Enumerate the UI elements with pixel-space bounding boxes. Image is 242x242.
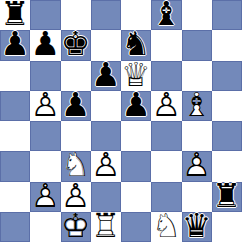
square-g2[interactable] (182, 182, 212, 212)
black-pawn-icon[interactable]: ♟ (0, 30, 30, 60)
piece-glyph-fill: ♟ (152, 88, 182, 121)
square-a4[interactable] (0, 121, 30, 151)
black-rook-icon[interactable]: ♜ (0, 0, 30, 30)
white-pawn-icon[interactable]: ♟♙ (151, 91, 181, 121)
black-queen-icon[interactable]: ♛ (182, 212, 212, 242)
black-pawn-icon[interactable]: ♟ (121, 91, 151, 121)
piece-glyph-fill: ♟ (61, 179, 91, 212)
square-e1[interactable] (121, 212, 151, 242)
black-pawn-icon[interactable]: ♟ (91, 61, 121, 91)
square-c2[interactable]: ♟♙ (61, 182, 91, 212)
piece-glyph-outline: ♙ (31, 88, 61, 121)
square-f3[interactable] (151, 151, 181, 181)
piece-glyph-outline: ♕ (121, 58, 151, 91)
square-g8[interactable] (182, 0, 212, 30)
square-c7[interactable]: ♚ (61, 30, 91, 60)
piece-glyph-fill: ♛ (121, 58, 151, 91)
square-f1[interactable]: ♞♘ (151, 212, 181, 242)
square-e3[interactable] (121, 151, 151, 181)
piece-glyph-fill: ♟ (121, 88, 151, 121)
piece-glyph-fill: ♜ (212, 179, 242, 212)
square-a1[interactable] (0, 212, 30, 242)
black-knight-icon[interactable]: ♞ (121, 30, 151, 60)
white-queen-icon[interactable]: ♛♕ (121, 61, 151, 91)
piece-glyph-fill: ♟ (91, 149, 121, 182)
square-h2[interactable]: ♜ (212, 182, 242, 212)
square-h4[interactable] (212, 121, 242, 151)
square-d1[interactable]: ♜♖ (91, 212, 121, 242)
black-rook-icon[interactable]: ♜ (212, 182, 242, 212)
white-king-icon[interactable]: ♚♔ (61, 212, 91, 242)
piece-glyph-outline: ♘ (152, 209, 182, 242)
piece-glyph-fill: ♟ (61, 88, 91, 121)
square-h1[interactable] (212, 212, 242, 242)
piece-glyph-outline: ♖ (91, 209, 121, 242)
square-g4[interactable] (182, 121, 212, 151)
square-b1[interactable] (30, 212, 60, 242)
square-h3[interactable] (212, 151, 242, 181)
white-pawn-icon[interactable]: ♟♙ (91, 151, 121, 181)
square-f5[interactable]: ♟♙ (151, 91, 181, 121)
square-e4[interactable] (121, 121, 151, 151)
white-pawn-icon[interactable]: ♟♙ (30, 182, 60, 212)
square-f7[interactable] (151, 30, 181, 60)
white-knight-icon[interactable]: ♞♘ (61, 151, 91, 181)
piece-glyph-fill: ♜ (0, 0, 30, 30)
piece-glyph-outline: ♙ (91, 149, 121, 182)
piece-glyph-fill: ♞ (61, 149, 91, 182)
white-knight-icon[interactable]: ♞♘ (151, 212, 181, 242)
piece-glyph-fill: ♞ (152, 209, 182, 242)
square-a8[interactable]: ♜ (0, 0, 30, 30)
black-king-icon[interactable]: ♚ (61, 30, 91, 60)
square-d2[interactable] (91, 182, 121, 212)
square-e2[interactable] (121, 182, 151, 212)
piece-glyph-fill: ♟ (182, 149, 212, 182)
square-d3[interactable]: ♟♙ (91, 151, 121, 181)
white-bishop-icon[interactable]: ♝♗ (182, 91, 212, 121)
piece-glyph-outline: ♗ (182, 88, 212, 121)
square-e8[interactable] (121, 0, 151, 30)
piece-glyph-fill: ♛ (182, 209, 212, 242)
piece-glyph-fill: ♟ (31, 88, 61, 121)
piece-glyph-fill: ♜ (91, 209, 121, 242)
square-b7[interactable]: ♟ (30, 30, 60, 60)
piece-glyph-fill: ♞ (121, 28, 151, 61)
square-h8[interactable] (212, 0, 242, 30)
square-d4[interactable] (91, 121, 121, 151)
square-g1[interactable]: ♛ (182, 212, 212, 242)
piece-glyph-outline: ♙ (61, 179, 91, 212)
square-a2[interactable] (0, 182, 30, 212)
white-pawn-icon[interactable]: ♟♙ (61, 182, 91, 212)
square-b4[interactable] (30, 121, 60, 151)
square-e6[interactable]: ♛♕ (121, 61, 151, 91)
square-h6[interactable] (212, 61, 242, 91)
square-g3[interactable]: ♟♙ (182, 151, 212, 181)
square-c5[interactable]: ♟ (61, 91, 91, 121)
square-c6[interactable] (61, 61, 91, 91)
black-bishop-icon[interactable]: ♝ (151, 0, 181, 30)
square-f6[interactable] (151, 61, 181, 91)
square-f8[interactable]: ♝ (151, 0, 181, 30)
white-rook-icon[interactable]: ♜♖ (91, 212, 121, 242)
square-g5[interactable]: ♝♗ (182, 91, 212, 121)
square-d6[interactable]: ♟ (91, 61, 121, 91)
piece-glyph-fill: ♟ (91, 58, 121, 91)
square-c4[interactable] (61, 121, 91, 151)
square-e7[interactable]: ♞ (121, 30, 151, 60)
chess-board: ♜♝♟♟♚♞♟♛♕♟♙♟♟♟♙♝♗♞♘♟♙♟♙♟♙♟♙♜♚♔♜♖♞♘♛ (0, 0, 242, 242)
piece-glyph-fill: ♟ (0, 28, 30, 61)
white-pawn-icon[interactable]: ♟♙ (30, 91, 60, 121)
square-b5[interactable]: ♟♙ (30, 91, 60, 121)
piece-glyph-fill: ♝ (152, 0, 182, 30)
piece-glyph-fill: ♟ (31, 28, 61, 61)
piece-glyph-fill: ♝ (182, 88, 212, 121)
piece-glyph-outline: ♙ (31, 179, 61, 212)
square-d5[interactable] (91, 91, 121, 121)
square-b2[interactable]: ♟♙ (30, 182, 60, 212)
piece-glyph-fill: ♚ (61, 28, 91, 61)
piece-glyph-outline: ♙ (182, 149, 212, 182)
square-h5[interactable] (212, 91, 242, 121)
square-g7[interactable] (182, 30, 212, 60)
square-b8[interactable] (30, 0, 60, 30)
square-d8[interactable] (91, 0, 121, 30)
piece-glyph-outline: ♔ (61, 209, 91, 242)
square-b3[interactable] (30, 151, 60, 181)
white-pawn-icon[interactable]: ♟♙ (182, 151, 212, 181)
square-a6[interactable] (0, 61, 30, 91)
black-pawn-icon[interactable]: ♟ (61, 91, 91, 121)
square-e5[interactable]: ♟ (121, 91, 151, 121)
square-f4[interactable] (151, 121, 181, 151)
square-h7[interactable] (212, 30, 242, 60)
square-g6[interactable] (182, 61, 212, 91)
square-f2[interactable] (151, 182, 181, 212)
black-pawn-icon[interactable]: ♟ (30, 30, 60, 60)
square-a5[interactable] (0, 91, 30, 121)
square-b6[interactable] (30, 61, 60, 91)
piece-glyph-fill: ♟ (31, 179, 61, 212)
square-c8[interactable] (61, 0, 91, 30)
piece-glyph-outline: ♘ (61, 149, 91, 182)
square-c1[interactable]: ♚♔ (61, 212, 91, 242)
piece-glyph-outline: ♙ (152, 88, 182, 121)
square-d7[interactable] (91, 30, 121, 60)
square-a7[interactable]: ♟ (0, 30, 30, 60)
square-a3[interactable] (0, 151, 30, 181)
square-c3[interactable]: ♞♘ (61, 151, 91, 181)
piece-glyph-fill: ♚ (61, 209, 91, 242)
